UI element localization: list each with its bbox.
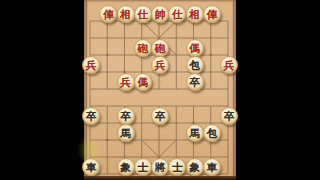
piece-black-soldier[interactable]: 卒 — [220, 107, 238, 125]
board-grid — [84, 0, 236, 180]
letterbox-left — [0, 0, 84, 180]
xiangqi-board: Tiga 俥相仕帥仕相俥砲砲傌兵兵包兵兵傌卒卒卒卒卒馬馬包車象士將士象車 — [84, 0, 236, 180]
piece-black-elephant[interactable]: 象 — [117, 158, 135, 176]
piece-red-general[interactable]: 帥 — [151, 5, 169, 23]
piece-black-soldier[interactable]: 卒 — [82, 107, 100, 125]
piece-red-elephant[interactable]: 相 — [117, 5, 135, 23]
piece-black-rook[interactable]: 車 — [203, 158, 221, 176]
piece-red-advisor[interactable]: 仕 — [134, 5, 152, 23]
piece-red-horse[interactable]: 傌 — [134, 73, 152, 91]
piece-black-cannon[interactable]: 包 — [186, 56, 204, 74]
piece-black-cannon[interactable]: 包 — [203, 124, 221, 142]
board-bottom-edge — [84, 176, 236, 180]
piece-red-soldier[interactable]: 兵 — [117, 73, 135, 91]
video-frame: Tiga 俥相仕帥仕相俥砲砲傌兵兵包兵兵傌卒卒卒卒卒馬馬包車象士將士象車 — [0, 0, 320, 180]
piece-black-advisor[interactable]: 士 — [134, 158, 152, 176]
piece-black-soldier[interactable]: 卒 — [117, 107, 135, 125]
piece-red-soldier[interactable]: 兵 — [82, 56, 100, 74]
piece-black-soldier[interactable]: 卒 — [186, 73, 204, 91]
piece-red-elephant[interactable]: 相 — [186, 5, 204, 23]
piece-red-soldier[interactable]: 兵 — [151, 56, 169, 74]
letterbox-right — [236, 0, 320, 180]
piece-red-soldier[interactable]: 兵 — [220, 56, 238, 74]
piece-red-rook[interactable]: 俥 — [203, 5, 221, 23]
piece-red-cannon[interactable]: 砲 — [151, 39, 169, 57]
piece-black-soldier[interactable]: 卒 — [151, 107, 169, 125]
piece-black-horse[interactable]: 馬 — [117, 124, 135, 142]
piece-black-rook[interactable]: 車 — [82, 158, 100, 176]
piece-red-cannon[interactable]: 砲 — [134, 39, 152, 57]
piece-red-horse[interactable]: 傌 — [186, 39, 204, 57]
piece-black-general[interactable]: 將 — [151, 158, 169, 176]
piece-black-elephant[interactable]: 象 — [186, 158, 204, 176]
piece-black-horse[interactable]: 馬 — [186, 124, 204, 142]
